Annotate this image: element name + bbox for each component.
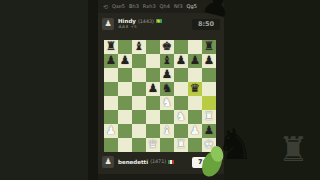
square-d7[interactable] [146,54,160,68]
player-info-top: Hindy (1443) ♙♙♗ +5 [118,18,192,30]
square-g7[interactable]: ♟ [188,54,202,68]
piece-black-pawn-b7[interactable]: ♟ [120,55,130,67]
letterbox-edge-strip [88,0,98,180]
square-b7[interactable]: ♟ [118,54,132,68]
square-a5[interactable] [104,82,118,96]
material-advantage: +5 [131,25,137,29]
piece-black-knight-e5[interactable]: ♞ [162,83,172,95]
chess-board[interactable]: ♜♝♚♜♟♟♝♟♟♟♟♟♞♛♞♞♜♟♝♟♟♛♜♚ [104,40,216,152]
square-d4[interactable] [146,96,160,110]
move-san[interactable]: Nf3 [174,4,183,9]
square-a1[interactable] [104,138,118,152]
square-d5[interactable]: ♟ [146,82,160,96]
square-c1[interactable] [132,138,146,152]
player-rating-top: (1443) [138,19,154,24]
avatar-top[interactable]: ♟ [102,18,114,30]
piece-white-queen-d1[interactable]: ♛ [148,139,158,151]
player-name-bottom[interactable]: benedetti [118,159,148,165]
piece-white-rook-f1[interactable]: ♜ [176,139,186,151]
move-san[interactable]: Qg5 [187,4,197,9]
piece-white-pawn-g2[interactable]: ♟ [190,125,200,137]
move-list: Qxe5Bh3Rxh3Qh4Nf3Qg5 [112,4,197,9]
square-b4[interactable] [118,96,132,110]
piece-black-pawn-g7[interactable]: ♟ [190,55,200,67]
square-c3[interactable] [132,110,146,124]
square-b5[interactable] [118,82,132,96]
piece-white-knight-e4[interactable]: ♞ [162,97,172,109]
square-h5[interactable] [202,82,216,96]
piece-black-queen-g5[interactable]: ♛ [190,83,200,95]
letterbox-left [0,0,98,180]
square-f3[interactable]: ♞ [174,110,188,124]
flag-icon-top [156,19,162,23]
avatar-bottom[interactable]: ♟ [102,156,114,168]
rook-silhouette-icon: ♜ [278,132,308,166]
square-a6[interactable] [104,68,118,82]
piece-black-pawn-h7[interactable]: ♟ [204,55,214,67]
square-e1[interactable] [160,138,174,152]
square-g5[interactable]: ♛ [188,82,202,96]
piece-black-rook-h8[interactable]: ♜ [204,41,214,53]
square-d3[interactable] [146,110,160,124]
piece-white-bishop-e2[interactable]: ♝ [162,125,172,137]
square-g4[interactable] [188,96,202,110]
square-b1[interactable] [118,138,132,152]
square-f5[interactable] [174,82,188,96]
piece-black-pawn-e6[interactable]: ♟ [162,69,172,81]
move-san[interactable]: Rxh3 [143,4,156,9]
square-d8[interactable] [146,40,160,54]
square-g1[interactable] [188,138,202,152]
player-info-bottom: benedetti (1471) [118,159,192,165]
piece-white-rook-h3[interactable]: ♜ [204,111,214,123]
captured-pieces-top: ♙♙♗ +5 [118,25,192,30]
piece-black-pawn-h2[interactable]: ♟ [204,125,214,137]
square-c5[interactable] [132,82,146,96]
square-e2[interactable]: ♝ [160,124,174,138]
square-a4[interactable] [104,96,118,110]
captured-piece-icons: ♙♙♗ [118,25,129,30]
move-san[interactable]: Qxe5 [112,4,125,9]
undo-icon[interactable]: ⟲ [103,4,108,10]
square-b6[interactable] [118,68,132,82]
square-b2[interactable] [118,124,132,138]
square-f6[interactable] [174,68,188,82]
piece-black-pawn-a7[interactable]: ♟ [106,55,116,67]
square-f1[interactable]: ♜ [174,138,188,152]
piece-black-king-e8[interactable]: ♚ [162,41,172,53]
square-e4[interactable]: ♞ [160,96,174,110]
square-f7[interactable]: ♟ [174,54,188,68]
move-san[interactable]: Bh3 [129,4,139,9]
piece-black-pawn-d5[interactable]: ♟ [148,83,158,95]
square-c4[interactable] [132,96,146,110]
video-frame: ⟲ Qxe5Bh3Rxh3Qh4Nf3Qg5 ♟ Hindy (1443) ♙♙… [0,0,320,180]
chess-app-frame: ⟲ Qxe5Bh3Rxh3Qh4Nf3Qg5 ♟ Hindy (1443) ♙♙… [98,0,224,180]
piece-white-pawn-a2[interactable]: ♟ [106,125,116,137]
flag-icon-bottom [168,160,174,164]
square-g2[interactable]: ♟ [188,124,202,138]
square-c6[interactable] [132,68,146,82]
square-h6[interactable] [202,68,216,82]
square-c2[interactable] [132,124,146,138]
piece-black-rook-a8[interactable]: ♜ [106,41,116,53]
piece-black-pawn-f7[interactable]: ♟ [176,55,186,67]
square-b3[interactable] [118,110,132,124]
square-c7[interactable] [132,54,146,68]
square-c8[interactable]: ♝ [132,40,146,54]
player-rating-bottom: (1471) [150,159,166,164]
square-a7[interactable]: ♟ [104,54,118,68]
square-a2[interactable]: ♟ [104,124,118,138]
piece-black-bishop-e7[interactable]: ♝ [162,55,172,67]
move-san[interactable]: Qh4 [160,4,170,9]
piece-black-bishop-c8[interactable]: ♝ [134,41,144,53]
square-h7[interactable]: ♟ [202,54,216,68]
piece-white-knight-f3[interactable]: ♞ [176,111,186,123]
square-d1[interactable]: ♛ [146,138,160,152]
